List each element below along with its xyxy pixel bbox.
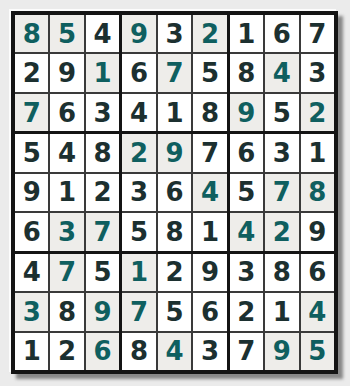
sudoku-cell[interactable]: 4 [15, 254, 48, 291]
sudoku-cell[interactable]: 4 [86, 15, 119, 52]
sudoku-cell[interactable]: 5 [15, 134, 48, 171]
sudoku-cell[interactable]: 5 [193, 54, 226, 91]
sudoku-cell[interactable]: 1 [158, 94, 191, 131]
sudoku-cell[interactable]: 4 [158, 333, 191, 370]
sudoku-cell[interactable]: 3 [193, 333, 226, 370]
sudoku-cell[interactable]: 8 [193, 94, 226, 131]
sudoku-cell[interactable]: 6 [301, 254, 334, 291]
sudoku-cell[interactable]: 8 [301, 174, 334, 211]
sudoku-cell[interactable]: 5 [122, 213, 155, 250]
sudoku-cell[interactable]: 5 [301, 333, 334, 370]
sudoku-cell[interactable]: 3 [15, 293, 48, 330]
sudoku-cell[interactable]: 7 [86, 213, 119, 250]
sudoku-cell[interactable]: 3 [230, 254, 263, 291]
sudoku-cell[interactable]: 4 [301, 293, 334, 330]
sudoku-cell[interactable]: 1 [265, 293, 298, 330]
sudoku-cell[interactable]: 4 [50, 134, 83, 171]
sudoku-cell[interactable]: 1 [122, 254, 155, 291]
sudoku-cell[interactable]: 5 [158, 293, 191, 330]
page-background: 8542917639326754181678439525489126372973… [0, 0, 350, 386]
sudoku-cell[interactable]: 2 [193, 15, 226, 52]
sudoku-cell[interactable]: 7 [265, 174, 298, 211]
sudoku-box: 854291763 [15, 15, 119, 131]
sudoku-cell[interactable]: 6 [15, 213, 48, 250]
sudoku-cell[interactable]: 6 [193, 293, 226, 330]
sudoku-cell[interactable]: 4 [265, 54, 298, 91]
sudoku-cell[interactable]: 2 [15, 54, 48, 91]
sudoku-cell[interactable]: 7 [230, 333, 263, 370]
sudoku-cell[interactable]: 6 [50, 94, 83, 131]
sudoku-cell[interactable]: 4 [230, 213, 263, 250]
sudoku-cell[interactable]: 3 [122, 174, 155, 211]
sudoku-cell[interactable]: 3 [301, 54, 334, 91]
sudoku-cell[interactable]: 7 [50, 254, 83, 291]
sudoku-cell[interactable]: 3 [158, 15, 191, 52]
sudoku-cell[interactable]: 8 [158, 213, 191, 250]
sudoku-cell[interactable]: 4 [193, 174, 226, 211]
sudoku-cell[interactable]: 1 [230, 15, 263, 52]
sudoku-cell[interactable]: 5 [50, 15, 83, 52]
sudoku-cell[interactable]: 8 [265, 254, 298, 291]
sudoku-cell[interactable]: 9 [230, 94, 263, 131]
sudoku-board: 8542917639326754181678439525489126372973… [11, 11, 338, 374]
sudoku-cell[interactable]: 6 [230, 134, 263, 171]
sudoku-cell[interactable]: 2 [265, 213, 298, 250]
sudoku-cell[interactable]: 7 [301, 15, 334, 52]
sudoku-cell[interactable]: 1 [86, 54, 119, 91]
sudoku-cell[interactable]: 9 [50, 54, 83, 91]
sudoku-cell[interactable]: 7 [158, 54, 191, 91]
sudoku-box: 297364581 [122, 134, 226, 250]
sudoku-cell[interactable]: 3 [50, 213, 83, 250]
sudoku-cell[interactable]: 8 [86, 134, 119, 171]
sudoku-box: 932675418 [122, 15, 226, 131]
sudoku-cell[interactable]: 1 [50, 174, 83, 211]
sudoku-cell[interactable]: 8 [50, 293, 83, 330]
sudoku-cell[interactable]: 7 [122, 293, 155, 330]
sudoku-cell[interactable]: 9 [265, 333, 298, 370]
sudoku-cell[interactable]: 6 [122, 54, 155, 91]
sudoku-cell[interactable]: 8 [230, 54, 263, 91]
sudoku-cell[interactable]: 5 [86, 254, 119, 291]
sudoku-box: 386214795 [230, 254, 334, 370]
sudoku-cell[interactable]: 1 [15, 333, 48, 370]
sudoku-cell[interactable]: 9 [122, 15, 155, 52]
sudoku-box: 129756843 [122, 254, 226, 370]
sudoku-cell[interactable]: 4 [122, 94, 155, 131]
sudoku-cell[interactable]: 2 [50, 333, 83, 370]
sudoku-cell[interactable]: 2 [301, 94, 334, 131]
sudoku-cell[interactable]: 1 [301, 134, 334, 171]
sudoku-cell[interactable]: 9 [158, 134, 191, 171]
sudoku-box: 631578429 [230, 134, 334, 250]
sudoku-box: 167843952 [230, 15, 334, 131]
sudoku-cell[interactable]: 2 [230, 293, 263, 330]
sudoku-cell[interactable]: 8 [15, 15, 48, 52]
sudoku-cell[interactable]: 3 [265, 134, 298, 171]
sudoku-cell[interactable]: 5 [230, 174, 263, 211]
sudoku-cell[interactable]: 9 [86, 293, 119, 330]
sudoku-cell[interactable]: 5 [265, 94, 298, 131]
sudoku-cell[interactable]: 9 [301, 213, 334, 250]
sudoku-cell[interactable]: 2 [122, 134, 155, 171]
sudoku-cell[interactable]: 2 [86, 174, 119, 211]
sudoku-cell[interactable]: 6 [265, 15, 298, 52]
sudoku-cell[interactable]: 3 [86, 94, 119, 131]
sudoku-cell[interactable]: 7 [193, 134, 226, 171]
sudoku-cell[interactable]: 2 [158, 254, 191, 291]
sudoku-cell[interactable]: 1 [193, 213, 226, 250]
sudoku-cell[interactable]: 6 [86, 333, 119, 370]
sudoku-cell[interactable]: 8 [122, 333, 155, 370]
sudoku-cell[interactable]: 6 [158, 174, 191, 211]
sudoku-box: 475389126 [15, 254, 119, 370]
sudoku-cell[interactable]: 9 [15, 174, 48, 211]
sudoku-box: 548912637 [15, 134, 119, 250]
sudoku-cell[interactable]: 9 [193, 254, 226, 291]
sudoku-cell[interactable]: 7 [15, 94, 48, 131]
